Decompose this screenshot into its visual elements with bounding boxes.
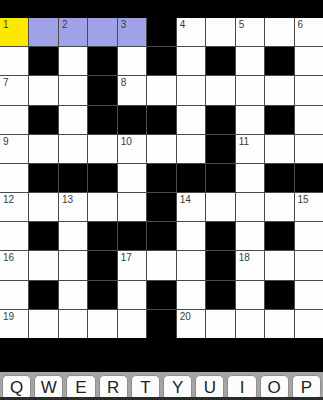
cell-r3c11[interactable] (295, 76, 323, 104)
cell-r4c11[interactable] (295, 106, 323, 134)
black-cell-r6c2 (29, 164, 57, 192)
black-cell-r2c8 (206, 47, 234, 75)
clue-number-20: 20 (180, 311, 191, 322)
cell-r5c2[interactable] (29, 135, 57, 163)
black-cell-r9c8 (206, 251, 234, 279)
cell-r9c11[interactable] (295, 251, 323, 279)
cell-r10c11[interactable] (295, 281, 323, 309)
clue-number-11: 11 (239, 136, 249, 147)
cell-r1c3[interactable]: 2 (59, 18, 87, 46)
black-cell-r6c3 (59, 164, 87, 192)
black-cell-r10c6 (147, 281, 175, 309)
cell-r3c2[interactable] (29, 76, 57, 104)
cell-r1c11[interactable]: 6 (295, 18, 323, 46)
cell-r7c8[interactable] (206, 193, 234, 221)
clue-number-16: 16 (3, 252, 14, 263)
clue-number-5: 5 (239, 19, 245, 30)
crossword-app-screen: 1234567891011121314151617181920 QWERTYUI… (0, 0, 323, 400)
clue-number-18: 18 (239, 252, 250, 263)
black-cell-r10c8 (206, 281, 234, 309)
cell-r6c1[interactable] (0, 164, 28, 192)
black-cell-r6c6 (147, 164, 175, 192)
black-cell-r2c4 (88, 47, 116, 75)
cell-r3c9[interactable] (236, 76, 264, 104)
black-cell-r2c6 (147, 47, 175, 75)
black-cell-r8c2 (29, 222, 57, 250)
cell-r2c5[interactable] (118, 47, 146, 75)
black-cell-r10c2 (29, 281, 57, 309)
black-cell-r4c4 (88, 106, 116, 134)
black-cell-r8c10 (265, 222, 293, 250)
cell-r2c9[interactable] (236, 47, 264, 75)
cell-r8c1[interactable] (0, 222, 28, 250)
cell-r5c4[interactable] (88, 135, 116, 163)
cell-r5c3[interactable] (59, 135, 87, 163)
black-cell-r6c7 (177, 164, 205, 192)
cell-r9c5[interactable]: 17 (118, 251, 146, 279)
cell-r5c10[interactable] (265, 135, 293, 163)
cell-r2c7[interactable] (177, 47, 205, 75)
black-cell-r9c4 (88, 251, 116, 279)
cell-r9c9[interactable]: 18 (236, 251, 264, 279)
cell-r10c5[interactable] (118, 281, 146, 309)
black-cell-r6c8 (206, 164, 234, 192)
cell-r7c11[interactable]: 15 (295, 193, 323, 221)
cell-r10c1[interactable] (0, 281, 28, 309)
cell-r7c1[interactable]: 12 (0, 193, 28, 221)
cell-r3c6[interactable] (147, 76, 175, 104)
black-cell-r1c6 (147, 18, 175, 46)
cell-r2c1[interactable] (0, 47, 28, 75)
black-cell-r2c10 (265, 47, 293, 75)
black-cell-r11c6 (147, 310, 175, 338)
cell-r11c7[interactable]: 20 (177, 310, 205, 338)
clue-number-17: 17 (121, 252, 132, 263)
cell-r3c10[interactable] (265, 76, 293, 104)
cell-r4c3[interactable] (59, 106, 87, 134)
clue-number-15: 15 (298, 194, 309, 205)
cell-r4c9[interactable] (236, 106, 264, 134)
cell-r5c1[interactable]: 9 (0, 135, 28, 163)
clue-number-7: 7 (3, 77, 9, 88)
clue-number-14: 14 (180, 194, 191, 205)
clue-number-1: 1 (3, 19, 9, 30)
keyboard: QWERTYUIOP (0, 372, 323, 400)
cell-r5c5[interactable]: 10 (118, 135, 146, 163)
black-cell-r3c4 (88, 76, 116, 104)
cell-r1c2[interactable] (29, 18, 57, 46)
clue-number-6: 6 (298, 19, 304, 30)
cell-r7c3[interactable]: 13 (59, 193, 87, 221)
cell-r11c11[interactable] (295, 310, 323, 338)
cell-r1c5[interactable]: 3 (118, 18, 146, 46)
cell-r9c3[interactable] (59, 251, 87, 279)
cell-r7c5[interactable] (118, 193, 146, 221)
cell-r11c10[interactable] (265, 310, 293, 338)
cell-r3c7[interactable] (177, 76, 205, 104)
cell-r1c10[interactable] (265, 18, 293, 46)
cell-r11c1[interactable]: 19 (0, 310, 28, 338)
cell-r8c3[interactable] (59, 222, 87, 250)
cell-r7c7[interactable]: 14 (177, 193, 205, 221)
cell-r10c3[interactable] (59, 281, 87, 309)
cell-r6c5[interactable] (118, 164, 146, 192)
clue-number-9: 9 (3, 136, 9, 147)
cell-r6c9[interactable] (236, 164, 264, 192)
cell-r3c8[interactable] (206, 76, 234, 104)
clue-number-10: 10 (121, 136, 132, 147)
cell-r10c9[interactable] (236, 281, 264, 309)
cell-r7c10[interactable] (265, 193, 293, 221)
black-cell-r10c4 (88, 281, 116, 309)
black-cell-r4c8 (206, 106, 234, 134)
clue-number-4: 4 (180, 19, 186, 30)
cell-r1c7[interactable]: 4 (177, 18, 205, 46)
cell-r2c11[interactable] (295, 47, 323, 75)
black-cell-r4c2 (29, 106, 57, 134)
cell-r5c11[interactable] (295, 135, 323, 163)
clue-number-2: 2 (62, 19, 68, 30)
cell-r11c8[interactable] (206, 310, 234, 338)
cell-r4c7[interactable] (177, 106, 205, 134)
cell-r9c7[interactable] (177, 251, 205, 279)
black-cell-r2c2 (29, 47, 57, 75)
cell-r3c1[interactable]: 7 (0, 76, 28, 104)
bottom-black-band (0, 338, 323, 372)
cell-r11c5[interactable] (118, 310, 146, 338)
black-cell-r10c10 (265, 281, 293, 309)
cell-r8c11[interactable] (295, 222, 323, 250)
black-cell-r6c11 (295, 164, 323, 192)
cell-r1c4[interactable] (88, 18, 116, 46)
cell-r5c7[interactable] (177, 135, 205, 163)
cell-r11c2[interactable] (29, 310, 57, 338)
black-cell-r8c4 (88, 222, 116, 250)
black-cell-r8c5 (118, 222, 146, 250)
black-cell-r8c6 (147, 222, 175, 250)
black-cell-r6c10 (265, 164, 293, 192)
cell-r7c4[interactable] (88, 193, 116, 221)
cell-r8c9[interactable] (236, 222, 264, 250)
clue-number-8: 8 (121, 77, 127, 88)
cell-r2c3[interactable] (59, 47, 87, 75)
cell-r1c8[interactable] (206, 18, 234, 46)
black-cell-r4c6 (147, 106, 175, 134)
black-cell-r4c5 (118, 106, 146, 134)
clue-number-19: 19 (3, 311, 14, 322)
cell-r10c7[interactable] (177, 281, 205, 309)
cell-r7c9[interactable] (236, 193, 264, 221)
cell-r9c6[interactable] (147, 251, 175, 279)
top-bar (0, 0, 323, 18)
clue-number-13: 13 (62, 194, 73, 205)
cell-r9c1[interactable]: 16 (0, 251, 28, 279)
cell-r11c3[interactable] (59, 310, 87, 338)
cell-r5c9[interactable]: 11 (236, 135, 264, 163)
cell-r1c9[interactable]: 5 (236, 18, 264, 46)
black-cell-r6c4 (88, 164, 116, 192)
cell-r3c3[interactable] (59, 76, 87, 104)
clue-number-3: 3 (121, 19, 127, 30)
black-cell-r5c8 (206, 135, 234, 163)
black-cell-r7c6 (147, 193, 175, 221)
clue-number-12: 12 (3, 194, 14, 205)
black-cell-r8c8 (206, 222, 234, 250)
black-cell-r4c10 (265, 106, 293, 134)
cell-r1c1[interactable]: 1 (0, 18, 28, 46)
cell-r11c4[interactable] (88, 310, 116, 338)
cell-r9c10[interactable] (265, 251, 293, 279)
cell-r11c9[interactable] (236, 310, 264, 338)
cell-r5c6[interactable] (147, 135, 175, 163)
cell-r7c2[interactable] (29, 193, 57, 221)
crossword-grid: 1234567891011121314151617181920 (0, 18, 323, 338)
cell-r8c7[interactable] (177, 222, 205, 250)
cell-r3c5[interactable]: 8 (118, 76, 146, 104)
cell-r4c1[interactable] (0, 106, 28, 134)
cell-r9c2[interactable] (29, 251, 57, 279)
